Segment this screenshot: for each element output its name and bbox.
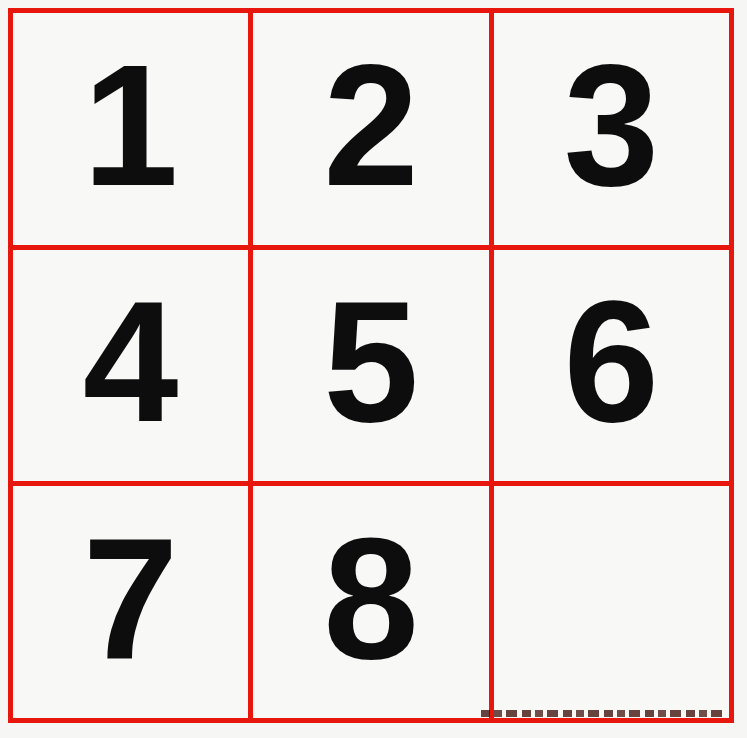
empty-cell [494, 486, 729, 718]
tile-5[interactable]: 5 [253, 250, 488, 482]
watermark-artifact [481, 710, 726, 717]
tile-2[interactable]: 2 [253, 13, 488, 245]
tile-6[interactable]: 6 [494, 250, 729, 482]
tile-3[interactable]: 3 [494, 13, 729, 245]
tile-2-label: 2 [323, 39, 419, 211]
tile-1-label: 1 [83, 39, 179, 211]
puzzle-screenshot: 1 2 3 4 5 6 7 8 [0, 0, 747, 738]
eight-puzzle-board: 1 2 3 4 5 6 7 8 [8, 8, 734, 723]
tile-8-label: 8 [323, 512, 419, 684]
tile-7[interactable]: 7 [13, 486, 248, 718]
tile-3-label: 3 [563, 39, 659, 211]
tile-7-label: 7 [83, 512, 179, 684]
tile-1[interactable]: 1 [13, 13, 248, 245]
tile-5-label: 5 [323, 275, 419, 447]
tile-8[interactable]: 8 [253, 486, 488, 718]
tile-4[interactable]: 4 [13, 250, 248, 482]
tile-6-label: 6 [563, 275, 659, 447]
tile-4-label: 4 [83, 275, 179, 447]
